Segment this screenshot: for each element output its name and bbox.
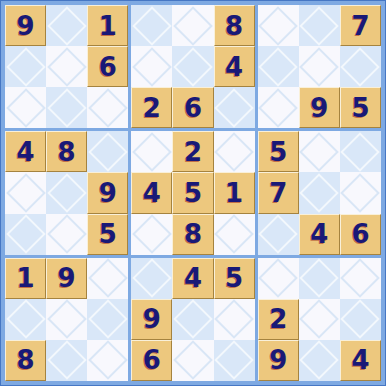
given-cell-r9c4: 6 bbox=[131, 340, 172, 381]
given-cell-r7c5: 4 bbox=[172, 258, 213, 299]
given-cell-r6c3: 5 bbox=[87, 214, 128, 255]
empty-cell-r8c1[interactable] bbox=[5, 299, 46, 340]
empty-cell-r7c7[interactable] bbox=[258, 258, 299, 299]
given-cell-r7c1: 1 bbox=[5, 258, 46, 299]
empty-cell-r8c2[interactable] bbox=[46, 299, 87, 340]
empty-cell-r3c1[interactable] bbox=[5, 87, 46, 128]
empty-cell-r2c7[interactable] bbox=[258, 46, 299, 87]
empty-cell-r8c5[interactable] bbox=[172, 299, 213, 340]
empty-cell-r4c3[interactable] bbox=[87, 131, 128, 172]
empty-cell-r1c7[interactable] bbox=[258, 5, 299, 46]
empty-cell-r4c9[interactable] bbox=[340, 131, 381, 172]
empty-cell-r4c6[interactable] bbox=[214, 131, 255, 172]
given-cell-r9c7: 9 bbox=[258, 340, 299, 381]
given-cell-r8c4: 9 bbox=[131, 299, 172, 340]
empty-cell-r9c8[interactable] bbox=[299, 340, 340, 381]
empty-cell-r5c1[interactable] bbox=[5, 172, 46, 213]
empty-cell-r7c9[interactable] bbox=[340, 258, 381, 299]
empty-cell-r7c3[interactable] bbox=[87, 258, 128, 299]
empty-cell-r8c6[interactable] bbox=[214, 299, 255, 340]
empty-cell-r1c2[interactable] bbox=[46, 5, 87, 46]
empty-cell-r3c6[interactable] bbox=[214, 87, 255, 128]
given-cell-r2c3: 6 bbox=[87, 46, 128, 87]
empty-cell-r8c3[interactable] bbox=[87, 299, 128, 340]
empty-cell-r1c8[interactable] bbox=[299, 5, 340, 46]
empty-cell-r6c6[interactable] bbox=[214, 214, 255, 255]
empty-cell-r6c2[interactable] bbox=[46, 214, 87, 255]
given-cell-r5c5: 5 bbox=[172, 172, 213, 213]
given-cell-r5c6: 1 bbox=[214, 172, 255, 213]
given-cell-r4c1: 4 bbox=[5, 131, 46, 172]
empty-cell-r6c4[interactable] bbox=[131, 214, 172, 255]
empty-cell-r2c5[interactable] bbox=[172, 46, 213, 87]
given-cell-r1c3: 1 bbox=[87, 5, 128, 46]
given-cell-r8c7: 2 bbox=[258, 299, 299, 340]
empty-cell-r2c9[interactable] bbox=[340, 46, 381, 87]
empty-cell-r7c8[interactable] bbox=[299, 258, 340, 299]
empty-cell-r9c3[interactable] bbox=[87, 340, 128, 381]
sudoku-frame: 918764269548259451758461945928694 bbox=[0, 0, 386, 386]
given-cell-r5c3: 9 bbox=[87, 172, 128, 213]
given-cell-r1c6: 8 bbox=[214, 5, 255, 46]
given-cell-r3c5: 6 bbox=[172, 87, 213, 128]
given-cell-r5c7: 7 bbox=[258, 172, 299, 213]
given-cell-r4c7: 5 bbox=[258, 131, 299, 172]
empty-cell-r2c2[interactable] bbox=[46, 46, 87, 87]
empty-cell-r9c5[interactable] bbox=[172, 340, 213, 381]
given-cell-r6c5: 8 bbox=[172, 214, 213, 255]
empty-cell-r2c8[interactable] bbox=[299, 46, 340, 87]
empty-cell-r6c1[interactable] bbox=[5, 214, 46, 255]
given-cell-r1c1: 9 bbox=[5, 5, 46, 46]
empty-cell-r3c7[interactable] bbox=[258, 87, 299, 128]
empty-cell-r1c4[interactable] bbox=[131, 5, 172, 46]
empty-cell-r1c5[interactable] bbox=[172, 5, 213, 46]
given-cell-r3c8: 9 bbox=[299, 87, 340, 128]
empty-cell-r8c8[interactable] bbox=[299, 299, 340, 340]
empty-cell-r4c8[interactable] bbox=[299, 131, 340, 172]
given-cell-r1c9: 7 bbox=[340, 5, 381, 46]
given-cell-r5c4: 4 bbox=[131, 172, 172, 213]
empty-cell-r2c1[interactable] bbox=[5, 46, 46, 87]
given-cell-r4c5: 2 bbox=[172, 131, 213, 172]
empty-cell-r3c2[interactable] bbox=[46, 87, 87, 128]
empty-cell-r9c6[interactable] bbox=[214, 340, 255, 381]
given-cell-r3c9: 5 bbox=[340, 87, 381, 128]
empty-cell-r7c4[interactable] bbox=[131, 258, 172, 299]
given-cell-r7c2: 9 bbox=[46, 258, 87, 299]
empty-cell-r3c3[interactable] bbox=[87, 87, 128, 128]
given-cell-r6c8: 4 bbox=[299, 214, 340, 255]
given-cell-r9c1: 8 bbox=[5, 340, 46, 381]
given-cell-r7c6: 5 bbox=[214, 258, 255, 299]
empty-cell-r4c4[interactable] bbox=[131, 131, 172, 172]
given-cell-r6c9: 6 bbox=[340, 214, 381, 255]
sudoku-board: 918764269548259451758461945928694 bbox=[5, 5, 381, 381]
empty-cell-r5c8[interactable] bbox=[299, 172, 340, 213]
given-cell-r3c4: 2 bbox=[131, 87, 172, 128]
given-cell-r2c6: 4 bbox=[214, 46, 255, 87]
empty-cell-r2c4[interactable] bbox=[131, 46, 172, 87]
empty-cell-r8c9[interactable] bbox=[340, 299, 381, 340]
given-cell-r9c9: 4 bbox=[340, 340, 381, 381]
empty-cell-r6c7[interactable] bbox=[258, 214, 299, 255]
empty-cell-r5c2[interactable] bbox=[46, 172, 87, 213]
empty-cell-r5c9[interactable] bbox=[340, 172, 381, 213]
empty-cell-r9c2[interactable] bbox=[46, 340, 87, 381]
given-cell-r4c2: 8 bbox=[46, 131, 87, 172]
